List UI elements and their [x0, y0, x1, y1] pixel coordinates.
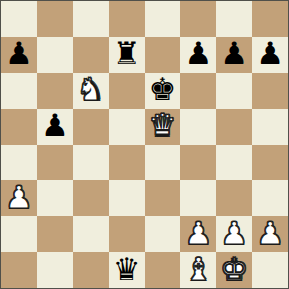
square-h8[interactable]: [252, 1, 288, 37]
square-h6[interactable]: [252, 73, 288, 109]
piece-bQ-d1: ♛: [113, 254, 141, 285]
piece-bP-h7: ♟: [256, 38, 284, 69]
square-e8[interactable]: [145, 1, 181, 37]
square-h4[interactable]: [252, 145, 288, 181]
square-b5[interactable]: ♟: [37, 109, 73, 145]
square-h1[interactable]: [252, 252, 288, 288]
square-c8[interactable]: [73, 1, 109, 37]
square-e1[interactable]: [145, 252, 181, 288]
square-c5[interactable]: [73, 109, 109, 145]
square-b3[interactable]: [37, 180, 73, 216]
square-b1[interactable]: [37, 252, 73, 288]
square-g5[interactable]: [216, 109, 252, 145]
square-e6[interactable]: ♚: [145, 73, 181, 109]
square-h5[interactable]: [252, 109, 288, 145]
square-e2[interactable]: [145, 216, 181, 252]
square-f7[interactable]: ♟: [180, 37, 216, 73]
square-a4[interactable]: [1, 145, 37, 181]
square-b7[interactable]: [37, 37, 73, 73]
square-g6[interactable]: [216, 73, 252, 109]
piece-wQ-e5: ♛: [149, 110, 177, 141]
piece-wB-f1: ♝: [184, 254, 212, 285]
square-a3[interactable]: ♟: [1, 180, 37, 216]
square-h3[interactable]: [252, 180, 288, 216]
piece-bP-f7: ♟: [184, 38, 212, 69]
square-c3[interactable]: [73, 180, 109, 216]
square-g8[interactable]: [216, 1, 252, 37]
square-g2[interactable]: ♟: [216, 216, 252, 252]
square-d3[interactable]: [109, 180, 145, 216]
piece-wP-g2: ♟: [220, 218, 248, 249]
chess-board-container: ♟♜♟♟♟♞♚♟♛♟♟♟♟♛♝♚: [0, 0, 289, 289]
piece-bK-e6: ♚: [149, 74, 177, 105]
square-a2[interactable]: [1, 216, 37, 252]
square-c6[interactable]: ♞: [73, 73, 109, 109]
square-e5[interactable]: ♛: [145, 109, 181, 145]
square-a5[interactable]: [1, 109, 37, 145]
piece-wK-g1: ♚: [220, 254, 248, 285]
square-e3[interactable]: [145, 180, 181, 216]
square-g3[interactable]: [216, 180, 252, 216]
square-b6[interactable]: [37, 73, 73, 109]
square-f6[interactable]: [180, 73, 216, 109]
square-g1[interactable]: ♚: [216, 252, 252, 288]
square-e4[interactable]: [145, 145, 181, 181]
square-e7[interactable]: [145, 37, 181, 73]
piece-bP-g7: ♟: [220, 38, 248, 69]
square-b8[interactable]: [37, 1, 73, 37]
square-a8[interactable]: [1, 1, 37, 37]
square-f4[interactable]: [180, 145, 216, 181]
square-d1[interactable]: ♛: [109, 252, 145, 288]
chess-board: ♟♜♟♟♟♞♚♟♛♟♟♟♟♛♝♚: [0, 0, 289, 289]
square-c2[interactable]: [73, 216, 109, 252]
square-a1[interactable]: [1, 252, 37, 288]
square-f1[interactable]: ♝: [180, 252, 216, 288]
square-g4[interactable]: [216, 145, 252, 181]
square-c4[interactable]: [73, 145, 109, 181]
square-a6[interactable]: [1, 73, 37, 109]
piece-bR-d7: ♜: [113, 38, 141, 69]
square-d5[interactable]: [109, 109, 145, 145]
piece-bP-b5: ♟: [41, 110, 69, 141]
square-g7[interactable]: ♟: [216, 37, 252, 73]
square-d2[interactable]: [109, 216, 145, 252]
square-d6[interactable]: [109, 73, 145, 109]
square-a7[interactable]: ♟: [1, 37, 37, 73]
piece-wP-f2: ♟: [184, 218, 212, 249]
square-f8[interactable]: [180, 1, 216, 37]
square-d7[interactable]: ♜: [109, 37, 145, 73]
square-f2[interactable]: ♟: [180, 216, 216, 252]
square-d4[interactable]: [109, 145, 145, 181]
square-b2[interactable]: [37, 216, 73, 252]
square-f3[interactable]: [180, 180, 216, 216]
square-d8[interactable]: [109, 1, 145, 37]
square-c7[interactable]: [73, 37, 109, 73]
piece-bP-a7: ♟: [5, 38, 33, 69]
piece-wP-a3: ♟: [5, 182, 33, 213]
piece-wP-h2: ♟: [256, 218, 284, 249]
square-b4[interactable]: [37, 145, 73, 181]
square-h2[interactable]: ♟: [252, 216, 288, 252]
square-h7[interactable]: ♟: [252, 37, 288, 73]
piece-wN-c6: ♞: [77, 74, 105, 105]
square-c1[interactable]: [73, 252, 109, 288]
square-f5[interactable]: [180, 109, 216, 145]
